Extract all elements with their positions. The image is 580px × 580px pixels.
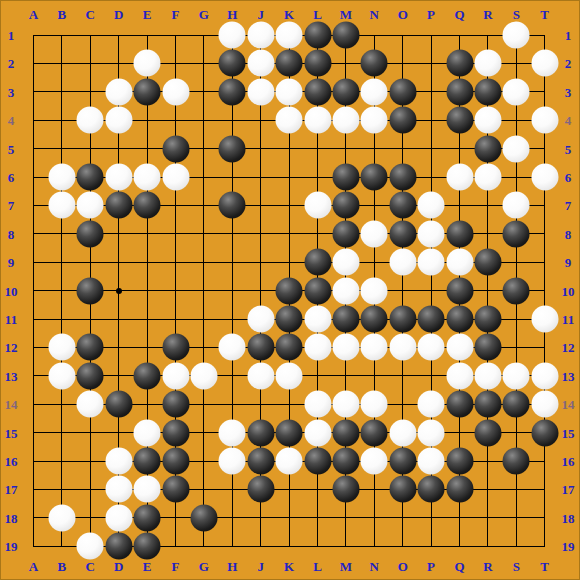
column-label-top: K [284,8,294,21]
white-stone[interactable] [418,448,445,475]
white-stone[interactable] [418,391,445,418]
white-stone[interactable] [503,22,530,49]
black-stone[interactable] [247,476,274,503]
row-label-right: 12 [562,341,575,354]
black-stone[interactable] [503,277,530,304]
black-stone[interactable] [304,277,331,304]
row-label-left: 18 [5,511,18,524]
row-label-right: 11 [562,313,574,326]
row-label-right: 16 [562,455,575,468]
white-stone[interactable] [446,362,473,389]
black-stone[interactable] [247,334,274,361]
row-label-left: 3 [8,85,15,98]
white-stone[interactable] [503,78,530,105]
white-stone[interactable] [134,476,161,503]
black-stone[interactable] [276,306,303,333]
row-label-left: 2 [8,57,15,70]
white-stone[interactable] [361,391,388,418]
row-label-right: 2 [565,57,572,70]
black-stone[interactable] [332,164,359,191]
white-stone[interactable] [531,107,558,134]
white-stone[interactable] [77,107,104,134]
black-stone[interactable] [105,391,132,418]
go-board[interactable]: AABBCCDDEEFFGGHHJJKKLLMMNNOOPPQQRRSSTT11… [0,0,580,580]
black-stone[interactable] [332,78,359,105]
row-label-right: 6 [565,171,572,184]
white-stone[interactable] [332,391,359,418]
black-stone[interactable] [190,504,217,531]
column-label-bottom: N [370,560,379,573]
white-stone[interactable] [503,362,530,389]
column-label-bottom: R [483,560,492,573]
column-label-top: H [227,8,237,21]
black-stone[interactable] [474,249,501,276]
white-stone[interactable] [105,476,132,503]
white-stone[interactable] [418,220,445,247]
column-label-bottom: P [427,560,435,573]
column-label-top: E [143,8,152,21]
black-stone[interactable] [219,78,246,105]
row-label-right: 4 [565,114,572,127]
column-label-top: L [313,8,322,21]
black-stone[interactable] [503,448,530,475]
row-label-right: 8 [565,227,572,240]
column-label-top: T [540,8,549,21]
row-label-right: 1 [565,29,572,42]
row-label-left: 7 [8,199,15,212]
white-stone[interactable] [304,107,331,134]
row-label-left: 14 [5,398,18,411]
column-label-top: N [370,8,379,21]
white-stone[interactable] [276,107,303,134]
white-stone[interactable] [77,192,104,219]
white-stone[interactable] [105,107,132,134]
white-stone[interactable] [48,164,75,191]
white-stone[interactable] [247,78,274,105]
black-stone[interactable] [134,533,161,560]
white-stone[interactable] [474,50,501,77]
white-stone[interactable] [134,164,161,191]
row-label-left: 11 [5,313,17,326]
black-stone[interactable] [162,448,189,475]
row-label-left: 4 [8,114,15,127]
white-stone[interactable] [361,107,388,134]
black-stone[interactable] [77,220,104,247]
white-stone[interactable] [361,220,388,247]
black-stone[interactable] [105,192,132,219]
column-label-top: S [513,8,520,21]
white-stone[interactable] [105,448,132,475]
row-label-left: 1 [8,29,15,42]
column-label-top: C [86,8,95,21]
black-stone[interactable] [446,220,473,247]
black-stone[interactable] [503,220,530,247]
black-stone[interactable] [446,391,473,418]
white-stone[interactable] [219,334,246,361]
black-stone[interactable] [389,220,416,247]
black-stone[interactable] [361,419,388,446]
black-stone[interactable] [219,192,246,219]
black-stone[interactable] [389,306,416,333]
row-label-right: 17 [562,483,575,496]
white-stone[interactable] [474,107,501,134]
black-stone[interactable] [474,306,501,333]
column-label-bottom: A [29,560,38,573]
black-stone[interactable] [531,419,558,446]
black-stone[interactable] [304,78,331,105]
black-stone[interactable] [474,78,501,105]
black-stone[interactable] [389,192,416,219]
row-label-left: 8 [8,227,15,240]
column-label-bottom: S [513,560,520,573]
white-stone[interactable] [503,192,530,219]
white-stone[interactable] [531,50,558,77]
row-label-left: 13 [5,369,18,382]
white-stone[interactable] [474,164,501,191]
row-label-right: 15 [562,426,575,439]
white-stone[interactable] [474,362,501,389]
black-stone[interactable] [332,419,359,446]
black-stone[interactable] [304,22,331,49]
column-label-top: Q [454,8,464,21]
black-stone[interactable] [134,192,161,219]
black-stone[interactable] [247,419,274,446]
black-stone[interactable] [162,391,189,418]
column-label-top: O [398,8,408,21]
white-stone[interactable] [503,135,530,162]
column-label-top: D [114,8,123,21]
black-stone[interactable] [332,22,359,49]
black-stone[interactable] [304,448,331,475]
black-stone[interactable] [446,50,473,77]
row-label-left: 19 [5,540,18,553]
black-stone[interactable] [418,476,445,503]
white-stone[interactable] [332,334,359,361]
black-stone[interactable] [77,164,104,191]
column-label-top: F [172,8,180,21]
column-label-bottom: K [284,560,294,573]
black-stone[interactable] [389,448,416,475]
row-label-left: 9 [8,256,15,269]
white-stone[interactable] [247,50,274,77]
black-stone[interactable] [361,50,388,77]
white-stone[interactable] [446,164,473,191]
white-stone[interactable] [77,533,104,560]
black-stone[interactable] [474,334,501,361]
black-stone[interactable] [276,334,303,361]
black-stone[interactable] [105,533,132,560]
star-point-marker [116,288,122,294]
row-label-left: 10 [5,284,18,297]
white-stone[interactable] [219,448,246,475]
white-stone[interactable] [276,362,303,389]
black-stone[interactable] [134,362,161,389]
white-stone[interactable] [48,504,75,531]
black-stone[interactable] [332,306,359,333]
column-label-bottom: M [340,560,352,573]
white-stone[interactable] [134,50,161,77]
black-stone[interactable] [446,78,473,105]
black-stone[interactable] [474,391,501,418]
column-label-bottom: E [143,560,152,573]
row-label-right: 14 [562,398,575,411]
black-stone[interactable] [503,391,530,418]
black-stone[interactable] [389,164,416,191]
column-label-bottom: J [257,560,264,573]
white-stone[interactable] [304,306,331,333]
black-stone[interactable] [162,476,189,503]
white-stone[interactable] [389,249,416,276]
column-label-top: B [58,8,67,21]
column-label-top: J [257,8,264,21]
white-stone[interactable] [531,164,558,191]
column-label-top: P [427,8,435,21]
white-stone[interactable] [418,249,445,276]
row-label-left: 5 [8,142,15,155]
column-label-top: M [340,8,352,21]
white-stone[interactable] [332,277,359,304]
white-stone[interactable] [531,306,558,333]
column-label-bottom: C [86,560,95,573]
row-label-left: 17 [5,483,18,496]
column-label-bottom: T [540,560,549,573]
white-stone[interactable] [134,419,161,446]
black-stone[interactable] [276,50,303,77]
black-stone[interactable] [134,504,161,531]
white-stone[interactable] [48,192,75,219]
white-stone[interactable] [162,164,189,191]
white-stone[interactable] [361,78,388,105]
black-stone[interactable] [219,50,246,77]
column-label-top: R [483,8,492,21]
black-stone[interactable] [446,448,473,475]
black-stone[interactable] [446,107,473,134]
white-stone[interactable] [361,334,388,361]
black-stone[interactable] [77,334,104,361]
row-label-left: 15 [5,426,18,439]
white-stone[interactable] [276,22,303,49]
black-stone[interactable] [332,192,359,219]
black-stone[interactable] [77,362,104,389]
black-stone[interactable] [389,78,416,105]
column-label-bottom: H [227,560,237,573]
black-stone[interactable] [162,334,189,361]
black-stone[interactable] [474,419,501,446]
white-stone[interactable] [304,192,331,219]
white-stone[interactable] [531,362,558,389]
white-stone[interactable] [247,306,274,333]
white-stone[interactable] [276,78,303,105]
row-label-right: 10 [562,284,575,297]
black-stone[interactable] [332,220,359,247]
black-stone[interactable] [247,448,274,475]
black-stone[interactable] [162,135,189,162]
row-label-left: 12 [5,341,18,354]
row-label-right: 18 [562,511,575,524]
white-stone[interactable] [389,419,416,446]
white-stone[interactable] [418,334,445,361]
white-stone[interactable] [332,107,359,134]
black-stone[interactable] [162,419,189,446]
row-label-left: 6 [8,171,15,184]
white-stone[interactable] [162,78,189,105]
black-stone[interactable] [446,306,473,333]
white-stone[interactable] [361,277,388,304]
white-stone[interactable] [48,362,75,389]
white-stone[interactable] [446,249,473,276]
white-stone[interactable] [304,334,331,361]
white-stone[interactable] [446,334,473,361]
white-stone[interactable] [190,362,217,389]
row-label-right: 7 [565,199,572,212]
column-label-bottom: L [313,560,322,573]
black-stone[interactable] [304,249,331,276]
white-stone[interactable] [304,391,331,418]
white-stone[interactable] [77,391,104,418]
white-stone[interactable] [361,448,388,475]
white-stone[interactable] [162,362,189,389]
white-stone[interactable] [247,22,274,49]
white-stone[interactable] [418,192,445,219]
column-label-top: A [29,8,38,21]
black-stone[interactable] [77,277,104,304]
white-stone[interactable] [332,249,359,276]
row-label-right: 5 [565,142,572,155]
black-stone[interactable] [304,50,331,77]
row-label-right: 19 [562,540,575,553]
white-stone[interactable] [105,78,132,105]
black-stone[interactable] [361,306,388,333]
white-stone[interactable] [105,164,132,191]
black-stone[interactable] [134,78,161,105]
black-stone[interactable] [276,419,303,446]
white-stone[interactable] [418,419,445,446]
column-label-bottom: Q [454,560,464,573]
white-stone[interactable] [219,419,246,446]
black-stone[interactable] [474,135,501,162]
column-label-bottom: G [199,560,209,573]
column-label-bottom: O [398,560,408,573]
black-stone[interactable] [332,476,359,503]
white-stone[interactable] [531,391,558,418]
column-label-bottom: F [172,560,180,573]
row-label-left: 16 [5,455,18,468]
black-stone[interactable] [219,135,246,162]
black-stone[interactable] [332,448,359,475]
row-label-right: 13 [562,369,575,382]
black-stone[interactable] [389,107,416,134]
white-stone[interactable] [105,504,132,531]
column-label-bottom: B [58,560,67,573]
white-stone[interactable] [219,22,246,49]
black-stone[interactable] [446,476,473,503]
white-stone[interactable] [247,362,274,389]
column-label-bottom: D [114,560,123,573]
white-stone[interactable] [48,334,75,361]
column-label-top: G [199,8,209,21]
black-stone[interactable] [276,277,303,304]
white-stone[interactable] [389,334,416,361]
white-stone[interactable] [276,448,303,475]
black-stone[interactable] [134,448,161,475]
white-stone[interactable] [304,419,331,446]
row-label-right: 9 [565,256,572,269]
black-stone[interactable] [361,164,388,191]
row-label-right: 3 [565,85,572,98]
black-stone[interactable] [418,306,445,333]
black-stone[interactable] [446,277,473,304]
black-stone[interactable] [389,476,416,503]
